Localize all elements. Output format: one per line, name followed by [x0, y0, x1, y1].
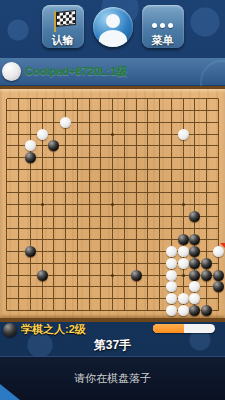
board-cell[interactable] — [177, 128, 189, 140]
board-cell[interactable] — [142, 175, 154, 187]
board-cell[interactable] — [119, 305, 131, 317]
board-cell[interactable] — [154, 164, 166, 176]
board-cell[interactable] — [130, 105, 142, 117]
board-cell[interactable] — [48, 269, 60, 281]
board-cell[interactable] — [25, 140, 37, 152]
board-cell[interactable] — [177, 105, 189, 117]
board-cell[interactable] — [48, 187, 60, 199]
board-cell[interactable] — [48, 293, 60, 305]
board-cell[interactable] — [1, 222, 13, 234]
board-cell[interactable] — [60, 140, 72, 152]
board-cell[interactable] — [119, 117, 131, 129]
board-cell[interactable] — [72, 93, 84, 105]
board-cell[interactable] — [213, 152, 225, 164]
board-cell[interactable] — [95, 234, 107, 246]
board-cell[interactable] — [1, 93, 13, 105]
board-cell[interactable] — [166, 305, 178, 317]
board-cell[interactable] — [48, 105, 60, 117]
board-cell[interactable] — [72, 305, 84, 317]
board-cell[interactable] — [48, 175, 60, 187]
board-cell[interactable] — [83, 128, 95, 140]
board-cell[interactable] — [36, 140, 48, 152]
board-cell[interactable] — [107, 281, 119, 293]
board-cell[interactable] — [107, 305, 119, 317]
board-cell[interactable] — [201, 93, 213, 105]
board-cell[interactable] — [72, 128, 84, 140]
board-cell[interactable] — [201, 199, 213, 211]
board-cell[interactable] — [83, 211, 95, 223]
board-cell[interactable] — [36, 117, 48, 129]
board-cell[interactable] — [13, 258, 25, 270]
board-cell[interactable] — [166, 211, 178, 223]
board-cell[interactable] — [48, 246, 60, 258]
board-cell[interactable] — [130, 234, 142, 246]
board-cell[interactable] — [177, 93, 189, 105]
board-cell[interactable] — [72, 117, 84, 129]
board-cell[interactable] — [166, 105, 178, 117]
board-cell[interactable] — [130, 152, 142, 164]
board-cell[interactable] — [177, 140, 189, 152]
board-cell[interactable] — [130, 199, 142, 211]
board-cell[interactable] — [72, 269, 84, 281]
board-cell[interactable] — [13, 128, 25, 140]
board-cell[interactable] — [95, 140, 107, 152]
board-cell[interactable] — [95, 199, 107, 211]
board-cell[interactable] — [60, 128, 72, 140]
board-cell[interactable] — [25, 105, 37, 117]
board-cell[interactable] — [13, 269, 25, 281]
board-cell[interactable] — [177, 246, 189, 258]
board-cell[interactable] — [213, 211, 225, 223]
board-cell[interactable] — [60, 117, 72, 129]
board-cell[interactable] — [130, 293, 142, 305]
board-cell[interactable] — [13, 305, 25, 317]
board-cell[interactable] — [60, 269, 72, 281]
board-cell[interactable] — [72, 164, 84, 176]
board-cell[interactable] — [213, 164, 225, 176]
board-cell[interactable] — [119, 187, 131, 199]
board-cell[interactable] — [107, 175, 119, 187]
board-cell[interactable] — [177, 269, 189, 281]
board-cell[interactable] — [142, 93, 154, 105]
board-cell[interactable] — [48, 164, 60, 176]
board-cell[interactable] — [1, 246, 13, 258]
board-cell[interactable] — [13, 211, 25, 223]
board-cell[interactable] — [119, 269, 131, 281]
board-cell[interactable] — [72, 140, 84, 152]
board-cell[interactable] — [166, 93, 178, 105]
board-cell[interactable] — [177, 293, 189, 305]
board-cell[interactable] — [48, 222, 60, 234]
board-cell[interactable] — [119, 164, 131, 176]
board-cell[interactable] — [13, 175, 25, 187]
board-cell[interactable] — [213, 105, 225, 117]
board-cell[interactable] — [60, 222, 72, 234]
board-cell[interactable] — [72, 105, 84, 117]
board-cell[interactable] — [95, 222, 107, 234]
board-cell[interactable] — [25, 152, 37, 164]
board-cell[interactable] — [107, 293, 119, 305]
board-cell[interactable] — [142, 281, 154, 293]
avatar-button[interactable] — [93, 7, 133, 47]
board-cell[interactable] — [142, 187, 154, 199]
board-cell[interactable] — [166, 199, 178, 211]
board-cell[interactable] — [83, 246, 95, 258]
board-cell[interactable] — [213, 305, 225, 317]
board-cell[interactable] — [48, 117, 60, 129]
board-cell[interactable] — [36, 269, 48, 281]
board-cell[interactable] — [13, 117, 25, 129]
board-cell[interactable] — [130, 117, 142, 129]
board-cell[interactable] — [107, 199, 119, 211]
board-cell[interactable] — [60, 234, 72, 246]
board-cell[interactable] — [48, 199, 60, 211]
board-cell[interactable] — [213, 117, 225, 129]
board-cell[interactable] — [189, 117, 201, 129]
board-cell[interactable] — [95, 305, 107, 317]
board-cell[interactable] — [142, 305, 154, 317]
board-cell[interactable] — [107, 234, 119, 246]
board-cell[interactable] — [213, 222, 225, 234]
board-cell[interactable] — [48, 211, 60, 223]
board-cell[interactable] — [154, 234, 166, 246]
board-cell[interactable] — [189, 258, 201, 270]
board-cell[interactable] — [83, 187, 95, 199]
board-cell[interactable] — [107, 128, 119, 140]
board-cell[interactable] — [1, 105, 13, 117]
board-cell[interactable] — [60, 211, 72, 223]
board-cell[interactable] — [36, 152, 48, 164]
board-cell[interactable] — [72, 199, 84, 211]
board-cell[interactable] — [201, 222, 213, 234]
board-cell[interactable] — [25, 269, 37, 281]
board-cell[interactable] — [107, 164, 119, 176]
board-cell[interactable] — [201, 128, 213, 140]
board-cell[interactable] — [48, 281, 60, 293]
board-cell[interactable] — [189, 187, 201, 199]
board-cell[interactable] — [119, 211, 131, 223]
board-cell[interactable] — [189, 222, 201, 234]
board-cell[interactable] — [107, 140, 119, 152]
board-cell[interactable] — [154, 293, 166, 305]
board-cell[interactable] — [1, 117, 13, 129]
board-cell[interactable] — [1, 140, 13, 152]
board-cell[interactable] — [166, 269, 178, 281]
board-cell[interactable] — [36, 281, 48, 293]
board-cell[interactable] — [177, 211, 189, 223]
board-cell[interactable] — [130, 222, 142, 234]
board-cell[interactable] — [189, 211, 201, 223]
board-cell[interactable] — [25, 211, 37, 223]
board-cell[interactable] — [130, 187, 142, 199]
board-cell[interactable] — [95, 211, 107, 223]
go-board[interactable] — [0, 86, 225, 322]
board-cell[interactable] — [36, 187, 48, 199]
board-cell[interactable] — [201, 105, 213, 117]
board-cell[interactable] — [154, 152, 166, 164]
board-cell[interactable] — [107, 152, 119, 164]
board-cell[interactable] — [154, 199, 166, 211]
board-cell[interactable] — [1, 234, 13, 246]
board-cell[interactable] — [48, 152, 60, 164]
board-cell[interactable] — [119, 222, 131, 234]
board-cell[interactable] — [36, 93, 48, 105]
board-cell[interactable] — [189, 269, 201, 281]
board-cell[interactable] — [107, 93, 119, 105]
board-cell[interactable] — [83, 199, 95, 211]
board-cell[interactable] — [95, 281, 107, 293]
board-cell[interactable] — [201, 305, 213, 317]
board-cell[interactable] — [166, 128, 178, 140]
board-cell[interactable] — [130, 281, 142, 293]
board-cell[interactable] — [201, 152, 213, 164]
board-cell[interactable] — [25, 164, 37, 176]
board-cell[interactable] — [166, 281, 178, 293]
board-cell[interactable] — [95, 175, 107, 187]
board-cell[interactable] — [1, 211, 13, 223]
board-cell[interactable] — [107, 222, 119, 234]
board-cell[interactable] — [177, 175, 189, 187]
board-cell[interactable] — [201, 175, 213, 187]
board-cell[interactable] — [36, 128, 48, 140]
board-cell[interactable] — [25, 293, 37, 305]
board-cell[interactable] — [13, 199, 25, 211]
board-cell[interactable] — [213, 281, 225, 293]
board-cell[interactable] — [60, 175, 72, 187]
board-cell[interactable] — [154, 222, 166, 234]
board-cell[interactable] — [95, 164, 107, 176]
board-cell[interactable] — [130, 164, 142, 176]
board-cell[interactable] — [95, 246, 107, 258]
board-cell[interactable] — [201, 258, 213, 270]
board-cell[interactable] — [83, 281, 95, 293]
board-cell[interactable] — [60, 258, 72, 270]
board-cell[interactable] — [154, 258, 166, 270]
board-cell[interactable] — [60, 305, 72, 317]
board-cell[interactable] — [213, 175, 225, 187]
board-cell[interactable] — [1, 128, 13, 140]
board-cell[interactable] — [154, 187, 166, 199]
board-cell[interactable] — [83, 164, 95, 176]
board-cell[interactable] — [201, 246, 213, 258]
board-cell[interactable] — [25, 199, 37, 211]
board-cell[interactable] — [166, 152, 178, 164]
board-cell[interactable] — [130, 246, 142, 258]
board-cell[interactable] — [142, 234, 154, 246]
board-cell[interactable] — [107, 258, 119, 270]
board-cell[interactable] — [130, 258, 142, 270]
menu-button[interactable]: 菜单 — [142, 5, 184, 48]
board-cell[interactable] — [213, 269, 225, 281]
board-cell[interactable] — [189, 105, 201, 117]
board-cell[interactable] — [60, 246, 72, 258]
board-cell[interactable] — [25, 128, 37, 140]
board-cell[interactable] — [213, 93, 225, 105]
board-cell[interactable] — [1, 269, 13, 281]
board-cell[interactable] — [83, 152, 95, 164]
board-cell[interactable] — [189, 175, 201, 187]
board-cell[interactable] — [60, 152, 72, 164]
board-cell[interactable] — [142, 152, 154, 164]
board-cell[interactable] — [154, 246, 166, 258]
board-cell[interactable] — [130, 211, 142, 223]
board-cell[interactable] — [1, 258, 13, 270]
board-cell[interactable] — [36, 105, 48, 117]
board-cell[interactable] — [95, 152, 107, 164]
board-cell[interactable] — [166, 234, 178, 246]
board-cell[interactable] — [72, 246, 84, 258]
board-cell[interactable] — [48, 140, 60, 152]
board-cell[interactable] — [95, 187, 107, 199]
board-cell[interactable] — [13, 140, 25, 152]
board-cell[interactable] — [130, 128, 142, 140]
board-cell[interactable] — [166, 117, 178, 129]
board-cell[interactable] — [154, 211, 166, 223]
board-cell[interactable] — [36, 293, 48, 305]
board-cell[interactable] — [25, 305, 37, 317]
board-cell[interactable] — [95, 105, 107, 117]
board-cell[interactable] — [154, 175, 166, 187]
board-cell[interactable] — [166, 222, 178, 234]
board-cell[interactable] — [189, 199, 201, 211]
board-cell[interactable] — [1, 152, 13, 164]
board-cell[interactable] — [36, 199, 48, 211]
board-cell[interactable] — [36, 305, 48, 317]
board-cell[interactable] — [142, 222, 154, 234]
board-cell[interactable] — [166, 187, 178, 199]
board-cell[interactable] — [1, 293, 13, 305]
board-cell[interactable] — [213, 199, 225, 211]
board-cell[interactable] — [25, 93, 37, 105]
board-cell[interactable] — [154, 128, 166, 140]
board-cell[interactable] — [130, 269, 142, 281]
board-cell[interactable] — [177, 164, 189, 176]
board-cell[interactable] — [13, 164, 25, 176]
board-cell[interactable] — [13, 105, 25, 117]
board-cell[interactable] — [177, 187, 189, 199]
board-cell[interactable] — [107, 246, 119, 258]
board-cell[interactable] — [130, 93, 142, 105]
board-cell[interactable] — [201, 164, 213, 176]
board-cell[interactable] — [154, 269, 166, 281]
board-cell[interactable] — [72, 281, 84, 293]
board-cell[interactable] — [142, 199, 154, 211]
board-cell[interactable] — [119, 140, 131, 152]
board-cell[interactable] — [189, 305, 201, 317]
board-cell[interactable] — [13, 293, 25, 305]
board-cell[interactable] — [119, 258, 131, 270]
board-cell[interactable] — [189, 293, 201, 305]
board-cell[interactable] — [119, 246, 131, 258]
board-cell[interactable] — [201, 269, 213, 281]
board-cell[interactable] — [13, 222, 25, 234]
board-cell[interactable] — [201, 117, 213, 129]
board-cell[interactable] — [130, 305, 142, 317]
board-cell[interactable] — [83, 293, 95, 305]
board-cell[interactable] — [36, 211, 48, 223]
board-cell[interactable] — [166, 258, 178, 270]
board-cell[interactable] — [189, 152, 201, 164]
board-cell[interactable] — [177, 305, 189, 317]
board-cell[interactable] — [142, 246, 154, 258]
board-cell[interactable] — [13, 234, 25, 246]
board-cell[interactable] — [95, 258, 107, 270]
board-cell[interactable] — [142, 293, 154, 305]
board-cell[interactable] — [154, 93, 166, 105]
board-cell[interactable] — [201, 140, 213, 152]
board-cell[interactable] — [83, 175, 95, 187]
board-cell[interactable] — [36, 246, 48, 258]
board-cell[interactable] — [177, 234, 189, 246]
board-cell[interactable] — [213, 140, 225, 152]
board-cell[interactable] — [72, 175, 84, 187]
board-cell[interactable] — [189, 246, 201, 258]
board-cell[interactable] — [119, 293, 131, 305]
board-cell[interactable] — [201, 211, 213, 223]
board-cell[interactable] — [36, 234, 48, 246]
board-cell[interactable] — [177, 222, 189, 234]
board-cell[interactable] — [201, 293, 213, 305]
board-cell[interactable] — [189, 234, 201, 246]
board-cell[interactable] — [13, 93, 25, 105]
board-cell[interactable] — [189, 93, 201, 105]
board-cell[interactable] — [48, 258, 60, 270]
board-cell[interactable] — [60, 93, 72, 105]
board-cell[interactable] — [213, 293, 225, 305]
board-cell[interactable] — [72, 222, 84, 234]
board-cell[interactable] — [142, 211, 154, 223]
board-cell[interactable] — [25, 187, 37, 199]
board-cell[interactable] — [48, 128, 60, 140]
board-cell[interactable] — [213, 187, 225, 199]
board-cell[interactable] — [60, 164, 72, 176]
board-cell[interactable] — [36, 164, 48, 176]
board-cell[interactable] — [25, 281, 37, 293]
board-cell[interactable] — [154, 305, 166, 317]
board-cell[interactable] — [177, 258, 189, 270]
board-cell[interactable] — [48, 234, 60, 246]
board-cell[interactable] — [1, 199, 13, 211]
board-cell[interactable] — [60, 105, 72, 117]
board-cell[interactable] — [60, 281, 72, 293]
board-cell[interactable] — [60, 293, 72, 305]
board-cell[interactable] — [25, 258, 37, 270]
board-cell[interactable] — [142, 258, 154, 270]
board-cell[interactable] — [13, 152, 25, 164]
board-cell[interactable] — [83, 105, 95, 117]
board-cell[interactable] — [83, 258, 95, 270]
board-cell[interactable] — [1, 281, 13, 293]
board-cell[interactable] — [60, 199, 72, 211]
board-cell[interactable] — [83, 117, 95, 129]
board-cell[interactable] — [166, 246, 178, 258]
board-cell[interactable] — [107, 269, 119, 281]
board-cell[interactable] — [119, 93, 131, 105]
board-cell[interactable] — [1, 164, 13, 176]
board-cell[interactable] — [213, 258, 225, 270]
board-cell[interactable] — [36, 222, 48, 234]
board-cell[interactable] — [107, 211, 119, 223]
board-cell[interactable] — [166, 164, 178, 176]
board-cell[interactable] — [142, 117, 154, 129]
board-cell[interactable] — [201, 187, 213, 199]
board-cell[interactable] — [83, 93, 95, 105]
board-cell[interactable] — [130, 175, 142, 187]
board-cell[interactable] — [119, 175, 131, 187]
board-cell[interactable] — [201, 234, 213, 246]
board-cell[interactable] — [95, 117, 107, 129]
board-cell[interactable] — [72, 187, 84, 199]
